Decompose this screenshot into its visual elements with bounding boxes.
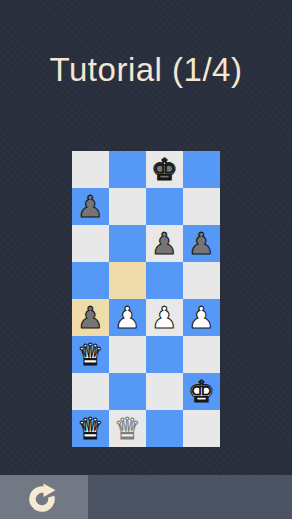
square-a1[interactable]: ♛ — [72, 410, 109, 447]
square-a7[interactable]: ♟ — [72, 188, 109, 225]
white-pawn: ♟ — [188, 299, 215, 336]
white-pawn: ♟ — [151, 299, 178, 336]
square-a5[interactable] — [72, 262, 109, 299]
square-d8[interactable] — [183, 151, 220, 188]
restart-button[interactable] — [0, 475, 88, 519]
square-d1[interactable] — [183, 410, 220, 447]
page-title: Tutorial (1/4) — [0, 51, 292, 89]
square-c2[interactable] — [146, 373, 183, 410]
white-king: ♚ — [188, 373, 215, 410]
square-c5[interactable] — [146, 262, 183, 299]
white-queen: ♛ — [77, 336, 104, 373]
square-b5[interactable] — [109, 262, 146, 299]
square-b2[interactable] — [109, 373, 146, 410]
square-a3[interactable]: ♛ — [72, 336, 109, 373]
square-d4[interactable]: ♟ — [183, 299, 220, 336]
black-king: ♚ — [151, 151, 178, 188]
square-d7[interactable] — [183, 188, 220, 225]
restart-icon — [26, 479, 62, 515]
black-pawn: ♟ — [77, 188, 104, 225]
white-pawn: ♟ — [114, 299, 141, 336]
square-b7[interactable] — [109, 188, 146, 225]
square-c8[interactable]: ♚ — [146, 151, 183, 188]
square-a2[interactable] — [72, 373, 109, 410]
square-b8[interactable] — [109, 151, 146, 188]
square-d5[interactable] — [183, 262, 220, 299]
bottom-toolbar — [0, 475, 292, 519]
square-c4[interactable]: ♟ — [146, 299, 183, 336]
square-c6[interactable]: ♟ — [146, 225, 183, 262]
white-queen: ♛ — [77, 410, 104, 447]
square-d2[interactable]: ♚ — [183, 373, 220, 410]
square-d3[interactable] — [183, 336, 220, 373]
square-c7[interactable] — [146, 188, 183, 225]
square-b6[interactable] — [109, 225, 146, 262]
square-d6[interactable]: ♟ — [183, 225, 220, 262]
black-pawn: ♟ — [188, 225, 215, 262]
white-queen-ghost: ♛ — [114, 410, 141, 447]
square-a6[interactable] — [72, 225, 109, 262]
square-b1[interactable]: ♛ — [109, 410, 146, 447]
square-b4[interactable]: ♟ — [109, 299, 146, 336]
square-a8[interactable] — [72, 151, 109, 188]
square-a4[interactable]: ♟ — [72, 299, 109, 336]
square-c3[interactable] — [146, 336, 183, 373]
black-pawn: ♟ — [151, 225, 178, 262]
square-c1[interactable] — [146, 410, 183, 447]
square-b3[interactable] — [109, 336, 146, 373]
app-screen: Tutorial (1/4) ♚♟♟♟♟♟♟♟♛♚♛♛ — [0, 0, 292, 519]
black-pawn: ♟ — [77, 299, 104, 336]
chess-board: ♚♟♟♟♟♟♟♟♛♚♛♛ — [72, 151, 220, 447]
